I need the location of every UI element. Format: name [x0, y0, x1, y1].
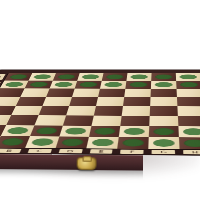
board-front-edge	[0, 154, 200, 172]
square-g1[interactable]	[151, 73, 176, 81]
board-tilt-wrapper: ABCDEFGH 12345678 ♜♞♝♛♚♝♞♜♟♟♟♟♟♟♟♟♟♟♟♟♟♟…	[0, 0, 200, 200]
product-photo: ABCDEFGH 12345678 ♜♞♝♛♚♝♞♜♟♟♟♟♟♟♟♟♟♟♟♟♟♟…	[0, 0, 200, 200]
chess-board: ABCDEFGH 12345678 ♜♞♝♛♚♝♞♜♟♟♟♟♟♟♟♟♟♟♟♟♟♟…	[0, 69, 200, 156]
square-g2[interactable]	[151, 81, 177, 89]
square-f1[interactable]	[126, 73, 151, 81]
brass-clasp-icon[interactable]	[76, 157, 96, 170]
perspective-scene: ABCDEFGH 12345678 ♜♞♝♛♚♝♞♜♟♟♟♟♟♟♟♟♟♟♟♟♟♟…	[0, 0, 200, 200]
square-h1[interactable]	[176, 73, 200, 81]
square-b1[interactable]	[29, 73, 56, 80]
black-rook[interactable]: ♜	[172, 99, 200, 149]
square-h2[interactable]	[176, 81, 200, 89]
